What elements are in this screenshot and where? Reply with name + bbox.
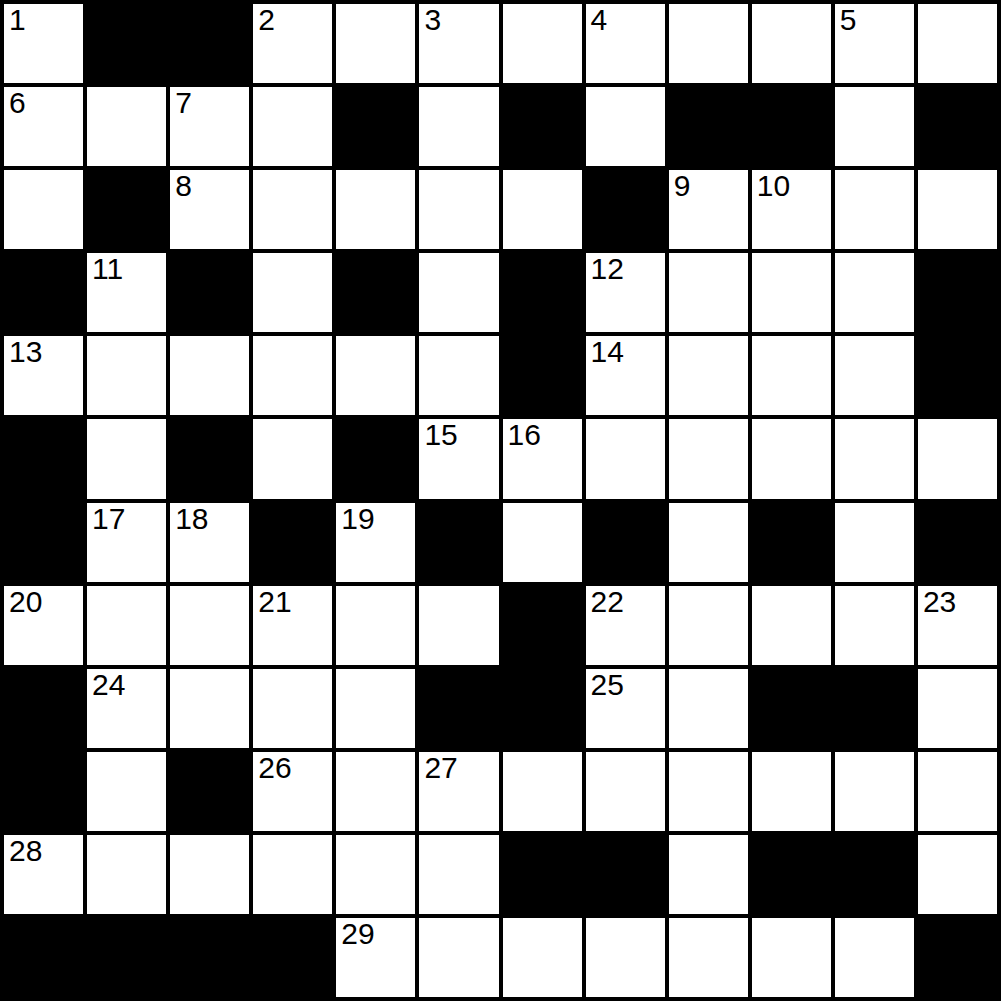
white-cell-r3c8[interactable] (669, 253, 748, 332)
black-cell-r6c0 (4, 503, 83, 582)
white-cell-r7c1[interactable] (87, 586, 166, 665)
white-cell-r5c8[interactable] (669, 419, 748, 498)
white-cell-r1c3[interactable] (253, 87, 332, 166)
white-cell-r10c0[interactable]: 28 (4, 835, 83, 914)
white-cell-r7c3[interactable]: 21 (253, 586, 332, 665)
white-cell-r1c10[interactable] (835, 87, 914, 166)
white-cell-r8c4[interactable] (336, 669, 415, 748)
black-cell-r0c2 (170, 4, 249, 83)
white-cell-r7c9[interactable] (752, 586, 831, 665)
clue-number-26: 26 (258, 752, 291, 784)
white-cell-r4c10[interactable] (835, 336, 914, 415)
white-cell-r6c8[interactable] (669, 503, 748, 582)
white-cell-r5c11[interactable] (918, 419, 997, 498)
white-cell-r2c2[interactable]: 8 (170, 170, 249, 249)
white-cell-r7c8[interactable] (669, 586, 748, 665)
white-cell-r9c1[interactable] (87, 752, 166, 831)
white-cell-r9c5[interactable]: 27 (419, 752, 498, 831)
clue-number-29: 29 (341, 918, 374, 950)
white-cell-r6c1[interactable]: 17 (87, 503, 166, 582)
black-cell-r5c4 (336, 419, 415, 498)
white-cell-r8c3[interactable] (253, 669, 332, 748)
black-cell-r5c2 (170, 419, 249, 498)
white-cell-r11c6[interactable] (503, 918, 582, 997)
white-cell-r5c9[interactable] (752, 419, 831, 498)
white-cell-r4c7[interactable]: 14 (586, 336, 665, 415)
clue-number-17: 17 (92, 503, 125, 535)
black-cell-r11c2 (170, 918, 249, 997)
white-cell-r11c8[interactable] (669, 918, 748, 997)
clue-number-27: 27 (424, 752, 457, 784)
black-cell-r3c6 (503, 253, 582, 332)
white-cell-r10c5[interactable] (419, 835, 498, 914)
clue-number-20: 20 (9, 586, 42, 618)
black-cell-r3c4 (336, 253, 415, 332)
white-cell-r8c1[interactable]: 24 (87, 669, 166, 748)
clue-number-24: 24 (92, 669, 125, 701)
white-cell-r1c0[interactable]: 6 (4, 87, 83, 166)
white-cell-r8c2[interactable] (170, 669, 249, 748)
white-cell-r4c5[interactable] (419, 336, 498, 415)
black-cell-r4c6 (503, 336, 582, 415)
white-cell-r3c10[interactable] (835, 253, 914, 332)
white-cell-r3c5[interactable] (419, 253, 498, 332)
clue-number-7: 7 (175, 87, 192, 119)
white-cell-r10c4[interactable] (336, 835, 415, 914)
white-cell-r9c8[interactable] (669, 752, 748, 831)
clue-number-16: 16 (508, 419, 541, 451)
white-cell-r5c3[interactable] (253, 419, 332, 498)
clue-number-28: 28 (9, 835, 42, 867)
white-cell-r6c2[interactable]: 18 (170, 503, 249, 582)
white-cell-r9c7[interactable] (586, 752, 665, 831)
black-cell-r3c11 (918, 253, 997, 332)
clue-number-14: 14 (591, 336, 624, 368)
black-cell-r1c11 (918, 87, 997, 166)
white-cell-r1c5[interactable] (419, 87, 498, 166)
black-cell-r11c3 (253, 918, 332, 997)
clue-number-23: 23 (923, 586, 956, 618)
clue-number-11: 11 (92, 253, 123, 285)
white-cell-r11c5[interactable] (419, 918, 498, 997)
white-cell-r4c9[interactable] (752, 336, 831, 415)
white-cell-r7c0[interactable]: 20 (4, 586, 83, 665)
black-cell-r10c9 (752, 835, 831, 914)
black-cell-r6c3 (253, 503, 332, 582)
white-cell-r0c6[interactable] (503, 4, 582, 83)
white-cell-r4c4[interactable] (336, 336, 415, 415)
white-cell-r2c10[interactable] (835, 170, 914, 249)
white-cell-r6c10[interactable] (835, 503, 914, 582)
black-cell-r4c11 (918, 336, 997, 415)
clue-number-12: 12 (591, 253, 624, 285)
black-cell-r8c5 (419, 669, 498, 748)
white-cell-r1c1[interactable] (87, 87, 166, 166)
white-cell-r8c8[interactable] (669, 669, 748, 748)
black-cell-r8c9 (752, 669, 831, 748)
clue-number-6: 6 (9, 87, 26, 119)
white-cell-r7c7[interactable]: 22 (586, 586, 665, 665)
white-cell-r9c11[interactable] (918, 752, 997, 831)
black-cell-r11c1 (87, 918, 166, 997)
black-cell-r1c4 (336, 87, 415, 166)
clue-number-9: 9 (674, 170, 691, 202)
white-cell-r9c6[interactable] (503, 752, 582, 831)
white-cell-r5c10[interactable] (835, 419, 914, 498)
black-cell-r2c7 (586, 170, 665, 249)
white-cell-r7c2[interactable] (170, 586, 249, 665)
white-cell-r5c7[interactable] (586, 419, 665, 498)
white-cell-r5c6[interactable]: 16 (503, 419, 582, 498)
white-cell-r3c3[interactable] (253, 253, 332, 332)
clue-number-15: 15 (424, 419, 457, 451)
clue-number-3: 3 (424, 4, 441, 36)
clue-number-10: 10 (757, 170, 790, 202)
black-cell-r10c10 (835, 835, 914, 914)
white-cell-r4c0[interactable]: 13 (4, 336, 83, 415)
white-cell-r10c1[interactable] (87, 835, 166, 914)
black-cell-r9c2 (170, 752, 249, 831)
black-cell-r1c8 (669, 87, 748, 166)
white-cell-r2c3[interactable] (253, 170, 332, 249)
white-cell-r4c2[interactable] (170, 336, 249, 415)
white-cell-r5c1[interactable] (87, 419, 166, 498)
white-cell-r3c1[interactable]: 11 (87, 253, 166, 332)
black-cell-r7c6 (503, 586, 582, 665)
white-cell-r4c3[interactable] (253, 336, 332, 415)
black-cell-r11c11 (918, 918, 997, 997)
clue-number-22: 22 (591, 586, 624, 618)
black-cell-r10c6 (503, 835, 582, 914)
black-cell-r3c0 (4, 253, 83, 332)
white-cell-r0c3[interactable]: 2 (253, 4, 332, 83)
white-cell-r10c11[interactable] (918, 835, 997, 914)
white-cell-r0c7[interactable]: 4 (586, 4, 665, 83)
black-cell-r2c1 (87, 170, 166, 249)
black-cell-r8c10 (835, 669, 914, 748)
clue-number-1: 1 (9, 4, 26, 36)
white-cell-r2c9[interactable]: 10 (752, 170, 831, 249)
clue-number-21: 21 (258, 586, 291, 618)
white-cell-r11c7[interactable] (586, 918, 665, 997)
white-cell-r3c9[interactable] (752, 253, 831, 332)
white-cell-r0c10[interactable]: 5 (835, 4, 914, 83)
white-cell-r9c4[interactable] (336, 752, 415, 831)
white-cell-r0c9[interactable] (752, 4, 831, 83)
crossword-grid: 1234567891011121314151617181920212223242… (0, 0, 1001, 1001)
white-cell-r9c3[interactable]: 26 (253, 752, 332, 831)
clue-number-4: 4 (591, 4, 608, 36)
white-cell-r10c2[interactable] (170, 835, 249, 914)
white-cell-r11c4[interactable]: 29 (336, 918, 415, 997)
clue-number-13: 13 (9, 336, 42, 368)
black-cell-r11c0 (4, 918, 83, 997)
white-cell-r3c7[interactable]: 12 (586, 253, 665, 332)
white-cell-r0c11[interactable] (918, 4, 997, 83)
white-cell-r8c7[interactable]: 25 (586, 669, 665, 748)
white-cell-r0c8[interactable] (669, 4, 748, 83)
white-cell-r9c10[interactable] (835, 752, 914, 831)
black-cell-r1c6 (503, 87, 582, 166)
white-cell-r0c0[interactable]: 1 (4, 4, 83, 83)
white-cell-r7c5[interactable] (419, 586, 498, 665)
white-cell-r10c8[interactable] (669, 835, 748, 914)
white-cell-r6c4[interactable]: 19 (336, 503, 415, 582)
white-cell-r2c4[interactable] (336, 170, 415, 249)
white-cell-r2c0[interactable] (4, 170, 83, 249)
clue-number-18: 18 (175, 503, 208, 535)
white-cell-r8c11[interactable] (918, 669, 997, 748)
white-cell-r7c10[interactable] (835, 586, 914, 665)
black-cell-r6c7 (586, 503, 665, 582)
white-cell-r11c10[interactable] (835, 918, 914, 997)
white-cell-r2c5[interactable] (419, 170, 498, 249)
white-cell-r7c11[interactable]: 23 (918, 586, 997, 665)
white-cell-r7c4[interactable] (336, 586, 415, 665)
black-cell-r1c9 (752, 87, 831, 166)
white-cell-r2c11[interactable] (918, 170, 997, 249)
black-cell-r6c5 (419, 503, 498, 582)
white-cell-r10c3[interactable] (253, 835, 332, 914)
white-cell-r9c9[interactable] (752, 752, 831, 831)
black-cell-r6c11 (918, 503, 997, 582)
white-cell-r4c8[interactable] (669, 336, 748, 415)
clue-number-5: 5 (840, 4, 857, 36)
clue-number-2: 2 (258, 4, 275, 36)
black-cell-r8c6 (503, 669, 582, 748)
clue-number-19: 19 (341, 503, 374, 535)
clue-number-25: 25 (591, 669, 624, 701)
black-cell-r0c1 (87, 4, 166, 83)
white-cell-r0c4[interactable] (336, 4, 415, 83)
white-cell-r11c9[interactable] (752, 918, 831, 997)
white-cell-r5c5[interactable]: 15 (419, 419, 498, 498)
clue-number-8: 8 (175, 170, 192, 202)
black-cell-r8c0 (4, 669, 83, 748)
black-cell-r5c0 (4, 419, 83, 498)
black-cell-r6c9 (752, 503, 831, 582)
white-cell-r1c2[interactable]: 7 (170, 87, 249, 166)
black-cell-r10c7 (586, 835, 665, 914)
white-cell-r0c5[interactable]: 3 (419, 4, 498, 83)
white-cell-r2c6[interactable] (503, 170, 582, 249)
black-cell-r3c2 (170, 253, 249, 332)
white-cell-r1c7[interactable] (586, 87, 665, 166)
white-cell-r2c8[interactable]: 9 (669, 170, 748, 249)
black-cell-r9c0 (4, 752, 83, 831)
white-cell-r6c6[interactable] (503, 503, 582, 582)
white-cell-r4c1[interactable] (87, 336, 166, 415)
